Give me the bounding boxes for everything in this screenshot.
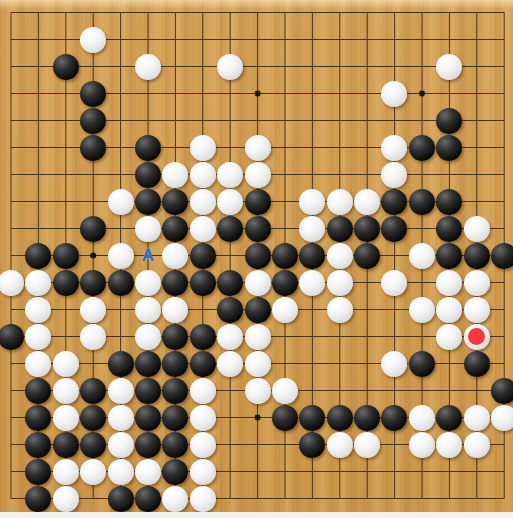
board-point-3-14[interactable] — [79, 377, 106, 404]
board-point-11-1[interactable] — [299, 26, 326, 53]
board-point-5-15[interactable] — [134, 404, 161, 431]
board-point-15-13[interactable] — [408, 350, 435, 377]
board-point-4-17[interactable] — [107, 458, 134, 485]
board-point-4-2[interactable] — [107, 53, 134, 80]
board-point-13-2[interactable] — [353, 53, 380, 80]
board-point-13-10[interactable] — [353, 269, 380, 296]
board-point-10-18[interactable] — [271, 485, 298, 512]
board-point-6-9[interactable] — [162, 242, 189, 269]
board-point-9-16[interactable] — [244, 431, 271, 458]
board-point-2-15[interactable] — [52, 404, 79, 431]
board-point-7-10[interactable] — [189, 269, 216, 296]
board-point-16-6[interactable] — [436, 161, 463, 188]
board-point-18-5[interactable] — [490, 134, 513, 161]
board-point-14-12[interactable] — [381, 323, 408, 350]
board-point-17-12[interactable] — [463, 323, 490, 350]
board-point-16-3[interactable] — [436, 80, 463, 107]
board-point-11-2[interactable] — [299, 53, 326, 80]
board-point-10-6[interactable] — [271, 161, 298, 188]
board-point-8-7[interactable] — [216, 188, 243, 215]
board-point-8-9[interactable] — [216, 242, 243, 269]
board-point-4-13[interactable] — [107, 350, 134, 377]
board-point-17-0[interactable] — [463, 0, 490, 26]
board-point-5-6[interactable] — [134, 161, 161, 188]
board-point-13-17[interactable] — [353, 458, 380, 485]
board-point-11-6[interactable] — [299, 161, 326, 188]
board-point-15-16[interactable] — [408, 431, 435, 458]
board-point-15-8[interactable] — [408, 215, 435, 242]
board-point-18-3[interactable] — [490, 80, 513, 107]
board-point-15-10[interactable] — [408, 269, 435, 296]
board-point-9-14[interactable] — [244, 377, 271, 404]
board-point-14-8[interactable] — [381, 215, 408, 242]
board-point-5-16[interactable] — [134, 431, 161, 458]
board-point-17-9[interactable] — [463, 242, 490, 269]
board-point-2-10[interactable] — [52, 269, 79, 296]
board-point-1-14[interactable] — [25, 377, 52, 404]
board-point-13-16[interactable] — [353, 431, 380, 458]
board-point-7-9[interactable] — [189, 242, 216, 269]
board-point-9-7[interactable] — [244, 188, 271, 215]
board-point-0-10[interactable] — [0, 269, 25, 296]
board-point-7-4[interactable] — [189, 107, 216, 134]
board-point-2-8[interactable] — [52, 215, 79, 242]
board-point-7-7[interactable] — [189, 188, 216, 215]
board-point-3-8[interactable] — [79, 215, 106, 242]
board-point-16-12[interactable] — [436, 323, 463, 350]
board-point-6-15[interactable] — [162, 404, 189, 431]
board-point-15-15[interactable] — [408, 404, 435, 431]
board-point-7-8[interactable] — [189, 215, 216, 242]
board-point-3-16[interactable] — [79, 431, 106, 458]
board-point-1-2[interactable] — [25, 53, 52, 80]
board-point-3-17[interactable] — [79, 458, 106, 485]
board-point-3-6[interactable] — [79, 161, 106, 188]
board-point-11-12[interactable] — [299, 323, 326, 350]
board-point-6-11[interactable] — [162, 296, 189, 323]
board-point-17-17[interactable] — [463, 458, 490, 485]
board-point-9-9[interactable] — [244, 242, 271, 269]
board-grid[interactable]: A — [0, 0, 513, 512]
board-point-15-3[interactable] — [408, 80, 435, 107]
board-point-12-14[interactable] — [326, 377, 353, 404]
board-point-13-6[interactable] — [353, 161, 380, 188]
board-point-1-1[interactable] — [25, 26, 52, 53]
board-point-2-0[interactable] — [52, 0, 79, 26]
board-point-17-8[interactable] — [463, 215, 490, 242]
board-point-9-4[interactable] — [244, 107, 271, 134]
board-point-3-7[interactable] — [79, 188, 106, 215]
board-point-6-8[interactable] — [162, 215, 189, 242]
board-point-18-4[interactable] — [490, 107, 513, 134]
board-point-14-11[interactable] — [381, 296, 408, 323]
board-point-4-15[interactable] — [107, 404, 134, 431]
board-point-2-18[interactable] — [52, 485, 79, 512]
board-point-0-5[interactable] — [0, 134, 25, 161]
board-point-5-10[interactable] — [134, 269, 161, 296]
board-point-18-18[interactable] — [490, 485, 513, 512]
board-point-13-13[interactable] — [353, 350, 380, 377]
board-point-2-12[interactable] — [52, 323, 79, 350]
board-point-16-18[interactable] — [436, 485, 463, 512]
board-point-4-5[interactable] — [107, 134, 134, 161]
board-point-11-9[interactable] — [299, 242, 326, 269]
board-point-12-18[interactable] — [326, 485, 353, 512]
board-point-17-10[interactable] — [463, 269, 490, 296]
board-point-8-3[interactable] — [216, 80, 243, 107]
board-point-7-1[interactable] — [189, 26, 216, 53]
board-point-8-4[interactable] — [216, 107, 243, 134]
board-point-11-14[interactable] — [299, 377, 326, 404]
board-point-16-9[interactable] — [436, 242, 463, 269]
board-point-10-1[interactable] — [271, 26, 298, 53]
board-point-9-2[interactable] — [244, 53, 271, 80]
board-point-17-2[interactable] — [463, 53, 490, 80]
board-point-6-0[interactable] — [162, 0, 189, 26]
board-point-18-2[interactable] — [490, 53, 513, 80]
board-point-2-3[interactable] — [52, 80, 79, 107]
board-point-11-8[interactable] — [299, 215, 326, 242]
board-point-1-13[interactable] — [25, 350, 52, 377]
board-point-5-11[interactable] — [134, 296, 161, 323]
board-point-13-4[interactable] — [353, 107, 380, 134]
board-point-18-14[interactable] — [490, 377, 513, 404]
board-point-15-6[interactable] — [408, 161, 435, 188]
board-point-8-6[interactable] — [216, 161, 243, 188]
board-point-18-17[interactable] — [490, 458, 513, 485]
board-point-5-0[interactable] — [134, 0, 161, 26]
board-point-6-2[interactable] — [162, 53, 189, 80]
board-point-15-7[interactable] — [408, 188, 435, 215]
board-point-15-4[interactable] — [408, 107, 435, 134]
board-point-2-17[interactable] — [52, 458, 79, 485]
board-point-8-16[interactable] — [216, 431, 243, 458]
board-point-0-14[interactable] — [0, 377, 25, 404]
board-point-9-1[interactable] — [244, 26, 271, 53]
board-point-12-5[interactable] — [326, 134, 353, 161]
board-point-16-2[interactable] — [436, 53, 463, 80]
board-point-2-13[interactable] — [52, 350, 79, 377]
board-point-5-7[interactable] — [134, 188, 161, 215]
board-point-10-14[interactable] — [271, 377, 298, 404]
board-point-1-8[interactable] — [25, 215, 52, 242]
board-point-15-1[interactable] — [408, 26, 435, 53]
board-point-10-10[interactable] — [271, 269, 298, 296]
board-point-1-6[interactable] — [25, 161, 52, 188]
board-point-13-12[interactable] — [353, 323, 380, 350]
board-point-6-16[interactable] — [162, 431, 189, 458]
board-point-9-5[interactable] — [244, 134, 271, 161]
board-point-18-1[interactable] — [490, 26, 513, 53]
board-point-16-11[interactable] — [436, 296, 463, 323]
board-point-16-5[interactable] — [436, 134, 463, 161]
board-point-7-3[interactable] — [189, 80, 216, 107]
board-point-15-12[interactable] — [408, 323, 435, 350]
board-point-13-11[interactable] — [353, 296, 380, 323]
board-point-2-2[interactable] — [52, 53, 79, 80]
board-point-9-13[interactable] — [244, 350, 271, 377]
board-point-8-17[interactable] — [216, 458, 243, 485]
board-point-9-18[interactable] — [244, 485, 271, 512]
board-point-6-3[interactable] — [162, 80, 189, 107]
board-point-0-9[interactable] — [0, 242, 25, 269]
board-point-18-12[interactable] — [490, 323, 513, 350]
board-point-0-0[interactable] — [0, 0, 25, 26]
board-point-5-9[interactable]: A — [134, 242, 161, 269]
board-point-7-15[interactable] — [189, 404, 216, 431]
board-point-14-2[interactable] — [381, 53, 408, 80]
board-point-14-7[interactable] — [381, 188, 408, 215]
board-point-11-3[interactable] — [299, 80, 326, 107]
board-point-7-11[interactable] — [189, 296, 216, 323]
board-point-11-10[interactable] — [299, 269, 326, 296]
board-point-0-16[interactable] — [0, 431, 25, 458]
board-point-17-11[interactable] — [463, 296, 490, 323]
board-point-9-10[interactable] — [244, 269, 271, 296]
board-point-0-18[interactable] — [0, 485, 25, 512]
board-point-10-3[interactable] — [271, 80, 298, 107]
board-point-12-13[interactable] — [326, 350, 353, 377]
board-point-1-4[interactable] — [25, 107, 52, 134]
board-point-6-5[interactable] — [162, 134, 189, 161]
board-point-8-15[interactable] — [216, 404, 243, 431]
board-point-6-17[interactable] — [162, 458, 189, 485]
board-point-12-7[interactable] — [326, 188, 353, 215]
board-point-9-12[interactable] — [244, 323, 271, 350]
board-point-10-12[interactable] — [271, 323, 298, 350]
board-point-5-3[interactable] — [134, 80, 161, 107]
board-point-4-8[interactable] — [107, 215, 134, 242]
board-point-1-9[interactable] — [25, 242, 52, 269]
board-point-7-6[interactable] — [189, 161, 216, 188]
board-point-12-4[interactable] — [326, 107, 353, 134]
board-point-7-2[interactable] — [189, 53, 216, 80]
board-point-17-5[interactable] — [463, 134, 490, 161]
board-point-11-17[interactable] — [299, 458, 326, 485]
board-point-12-11[interactable] — [326, 296, 353, 323]
board-point-17-14[interactable] — [463, 377, 490, 404]
board-point-4-0[interactable] — [107, 0, 134, 26]
board-point-8-11[interactable] — [216, 296, 243, 323]
board-point-9-3[interactable] — [244, 80, 271, 107]
board-point-3-1[interactable] — [79, 26, 106, 53]
board-point-7-0[interactable] — [189, 0, 216, 26]
board-point-12-17[interactable] — [326, 458, 353, 485]
board-point-10-7[interactable] — [271, 188, 298, 215]
board-point-3-9[interactable] — [79, 242, 106, 269]
board-point-6-6[interactable] — [162, 161, 189, 188]
board-point-16-14[interactable] — [436, 377, 463, 404]
board-point-6-10[interactable] — [162, 269, 189, 296]
board-point-14-16[interactable] — [381, 431, 408, 458]
board-point-10-13[interactable] — [271, 350, 298, 377]
board-point-8-1[interactable] — [216, 26, 243, 53]
board-point-9-6[interactable] — [244, 161, 271, 188]
board-point-4-18[interactable] — [107, 485, 134, 512]
board-point-5-1[interactable] — [134, 26, 161, 53]
board-point-11-11[interactable] — [299, 296, 326, 323]
board-point-16-16[interactable] — [436, 431, 463, 458]
board-point-6-4[interactable] — [162, 107, 189, 134]
board-point-18-15[interactable] — [490, 404, 513, 431]
board-point-6-12[interactable] — [162, 323, 189, 350]
board-point-12-9[interactable] — [326, 242, 353, 269]
board-point-5-5[interactable] — [134, 134, 161, 161]
board-point-14-0[interactable] — [381, 0, 408, 26]
board-point-10-5[interactable] — [271, 134, 298, 161]
board-point-3-10[interactable] — [79, 269, 106, 296]
board-point-3-15[interactable] — [79, 404, 106, 431]
board-point-5-14[interactable] — [134, 377, 161, 404]
board-point-0-8[interactable] — [0, 215, 25, 242]
board-point-3-18[interactable] — [79, 485, 106, 512]
board-point-10-8[interactable] — [271, 215, 298, 242]
board-point-11-13[interactable] — [299, 350, 326, 377]
board-point-3-2[interactable] — [79, 53, 106, 80]
board-point-6-13[interactable] — [162, 350, 189, 377]
board-point-5-13[interactable] — [134, 350, 161, 377]
board-point-1-16[interactable] — [25, 431, 52, 458]
board-point-17-4[interactable] — [463, 107, 490, 134]
board-point-9-8[interactable] — [244, 215, 271, 242]
board-point-13-3[interactable] — [353, 80, 380, 107]
board-point-13-14[interactable] — [353, 377, 380, 404]
board-point-8-12[interactable] — [216, 323, 243, 350]
board-point-6-18[interactable] — [162, 485, 189, 512]
board-point-11-7[interactable] — [299, 188, 326, 215]
board-point-10-15[interactable] — [271, 404, 298, 431]
board-point-15-11[interactable] — [408, 296, 435, 323]
board-point-16-0[interactable] — [436, 0, 463, 26]
board-point-1-0[interactable] — [25, 0, 52, 26]
board-point-0-12[interactable] — [0, 323, 25, 350]
board-point-18-8[interactable] — [490, 215, 513, 242]
board-point-13-5[interactable] — [353, 134, 380, 161]
board-point-0-6[interactable] — [0, 161, 25, 188]
board-point-4-1[interactable] — [107, 26, 134, 53]
board-point-8-0[interactable] — [216, 0, 243, 26]
board-point-15-18[interactable] — [408, 485, 435, 512]
board-point-14-13[interactable] — [381, 350, 408, 377]
board-point-4-4[interactable] — [107, 107, 134, 134]
board-point-9-15[interactable] — [244, 404, 271, 431]
board-point-13-0[interactable] — [353, 0, 380, 26]
board-point-5-18[interactable] — [134, 485, 161, 512]
board-point-1-10[interactable] — [25, 269, 52, 296]
board-point-1-11[interactable] — [25, 296, 52, 323]
board-point-2-11[interactable] — [52, 296, 79, 323]
board-point-18-6[interactable] — [490, 161, 513, 188]
board-point-11-15[interactable] — [299, 404, 326, 431]
board-point-2-16[interactable] — [52, 431, 79, 458]
board-point-8-2[interactable] — [216, 53, 243, 80]
board-point-7-12[interactable] — [189, 323, 216, 350]
board-point-4-12[interactable] — [107, 323, 134, 350]
board-point-4-3[interactable] — [107, 80, 134, 107]
board-point-17-13[interactable] — [463, 350, 490, 377]
board-point-3-11[interactable] — [79, 296, 106, 323]
board-point-2-9[interactable] — [52, 242, 79, 269]
board-point-17-16[interactable] — [463, 431, 490, 458]
board-point-18-13[interactable] — [490, 350, 513, 377]
board-point-12-8[interactable] — [326, 215, 353, 242]
board-point-14-3[interactable] — [381, 80, 408, 107]
board-point-7-14[interactable] — [189, 377, 216, 404]
board-point-11-16[interactable] — [299, 431, 326, 458]
board-point-3-5[interactable] — [79, 134, 106, 161]
board-point-0-7[interactable] — [0, 188, 25, 215]
board-point-12-15[interactable] — [326, 404, 353, 431]
board-point-15-5[interactable] — [408, 134, 435, 161]
board-point-16-15[interactable] — [436, 404, 463, 431]
go-board[interactable]: A — [0, 0, 513, 513]
board-point-2-1[interactable] — [52, 26, 79, 53]
board-point-18-16[interactable] — [490, 431, 513, 458]
board-point-13-18[interactable] — [353, 485, 380, 512]
board-point-8-10[interactable] — [216, 269, 243, 296]
board-point-12-10[interactable] — [326, 269, 353, 296]
board-point-17-18[interactable] — [463, 485, 490, 512]
board-point-10-2[interactable] — [271, 53, 298, 80]
board-point-15-14[interactable] — [408, 377, 435, 404]
board-point-2-14[interactable] — [52, 377, 79, 404]
board-point-18-11[interactable] — [490, 296, 513, 323]
board-point-16-10[interactable] — [436, 269, 463, 296]
board-point-2-6[interactable] — [52, 161, 79, 188]
board-point-15-9[interactable] — [408, 242, 435, 269]
board-point-13-8[interactable] — [353, 215, 380, 242]
board-point-13-7[interactable] — [353, 188, 380, 215]
board-point-5-17[interactable] — [134, 458, 161, 485]
board-point-0-13[interactable] — [0, 350, 25, 377]
board-point-1-7[interactable] — [25, 188, 52, 215]
board-point-16-1[interactable] — [436, 26, 463, 53]
board-point-7-5[interactable] — [189, 134, 216, 161]
board-point-14-9[interactable] — [381, 242, 408, 269]
board-point-4-6[interactable] — [107, 161, 134, 188]
board-point-0-15[interactable] — [0, 404, 25, 431]
board-point-18-0[interactable] — [490, 0, 513, 26]
board-point-3-4[interactable] — [79, 107, 106, 134]
board-point-11-5[interactable] — [299, 134, 326, 161]
board-point-13-1[interactable] — [353, 26, 380, 53]
board-point-14-15[interactable] — [381, 404, 408, 431]
board-point-12-0[interactable] — [326, 0, 353, 26]
board-point-3-3[interactable] — [79, 80, 106, 107]
board-point-7-13[interactable] — [189, 350, 216, 377]
board-point-13-15[interactable] — [353, 404, 380, 431]
board-point-16-4[interactable] — [436, 107, 463, 134]
board-point-1-12[interactable] — [25, 323, 52, 350]
board-point-10-17[interactable] — [271, 458, 298, 485]
board-point-5-2[interactable] — [134, 53, 161, 80]
board-point-12-16[interactable] — [326, 431, 353, 458]
board-point-18-7[interactable] — [490, 188, 513, 215]
board-point-12-2[interactable] — [326, 53, 353, 80]
board-point-9-17[interactable] — [244, 458, 271, 485]
board-point-1-5[interactable] — [25, 134, 52, 161]
board-point-7-17[interactable] — [189, 458, 216, 485]
board-point-12-12[interactable] — [326, 323, 353, 350]
board-point-8-13[interactable] — [216, 350, 243, 377]
board-point-8-18[interactable] — [216, 485, 243, 512]
board-point-9-0[interactable] — [244, 0, 271, 26]
board-point-14-5[interactable] — [381, 134, 408, 161]
board-point-5-8[interactable] — [134, 215, 161, 242]
board-point-8-8[interactable] — [216, 215, 243, 242]
board-point-17-15[interactable] — [463, 404, 490, 431]
board-point-1-17[interactable] — [25, 458, 52, 485]
